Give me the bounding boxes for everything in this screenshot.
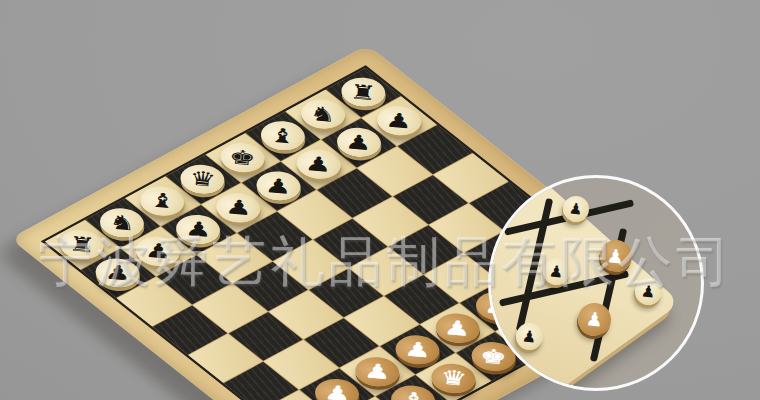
pawn-glyph: ♟ xyxy=(323,382,352,400)
mini-pawn-disc-black: ♟ xyxy=(516,323,543,350)
mini-pawn-disc-black: ♟ xyxy=(635,278,662,305)
queen-glyph: ♛ xyxy=(439,367,468,389)
pawn-glyph: ♟ xyxy=(345,132,374,154)
pawn-glyph: ♟ xyxy=(585,309,604,330)
mini-pawn-disc-white: ♟ xyxy=(600,240,632,272)
king-glyph: ♚ xyxy=(479,345,508,367)
pawn-glyph: ♟ xyxy=(385,110,414,132)
mini-pawn-disc-white: ♟ xyxy=(578,303,611,336)
knight-glyph: ♞ xyxy=(108,212,137,234)
mini-pawn-disc-black: ♟ xyxy=(543,258,570,285)
rook-glyph: ♜ xyxy=(68,234,97,256)
bishop-glyph: ♝ xyxy=(399,389,428,400)
pawn-glyph: ♟ xyxy=(305,153,334,175)
knight-glyph: ♞ xyxy=(309,103,338,125)
queen-glyph: ♛ xyxy=(189,169,218,191)
bishop-glyph: ♝ xyxy=(148,190,177,212)
pawn-glyph: ♟ xyxy=(184,219,213,241)
product-photo-scene: ♜♞♝♛♚♝♞♜♟♟♟♟♟♟♟♟♟♟♟♟♟♟♟♟♜♞♝♛♚♝♞♜ ♟♟♟♟♟♟ … xyxy=(0,0,760,400)
pawn-glyph: ♟ xyxy=(363,360,392,382)
pawn-glyph: ♟ xyxy=(403,339,432,361)
mini-pawn-disc-black: ♟ xyxy=(563,196,589,222)
pawn-glyph: ♟ xyxy=(549,263,565,280)
magnifier-inset-circle: ♟♟♟♟♟♟ xyxy=(488,175,704,391)
pawn-glyph: ♟ xyxy=(264,175,293,197)
pawn-glyph: ♟ xyxy=(607,246,626,267)
rook-glyph: ♜ xyxy=(349,82,378,104)
pawn-glyph: ♟ xyxy=(569,201,584,217)
pawn-glyph: ♟ xyxy=(144,240,173,262)
pawn-glyph: ♟ xyxy=(224,197,253,219)
pawn-glyph: ♟ xyxy=(443,317,472,339)
pawn-glyph: ♟ xyxy=(522,328,538,345)
bishop-glyph: ♝ xyxy=(269,125,298,147)
pawn-glyph: ♟ xyxy=(104,262,133,284)
pawn-glyph: ♟ xyxy=(641,283,657,300)
king-glyph: ♚ xyxy=(229,147,258,169)
